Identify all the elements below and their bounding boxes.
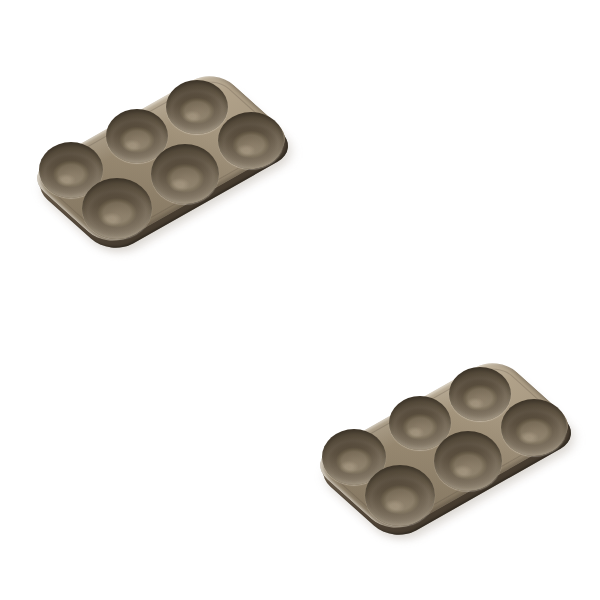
muffin-pan-bottom-right [0,0,600,600]
muffin-cup-well [501,399,567,456]
product-photo-stage [0,0,600,600]
muffin-cup-well [365,465,435,526]
muffin-cup-well [434,431,502,491]
muffin-cup-well [449,367,511,421]
